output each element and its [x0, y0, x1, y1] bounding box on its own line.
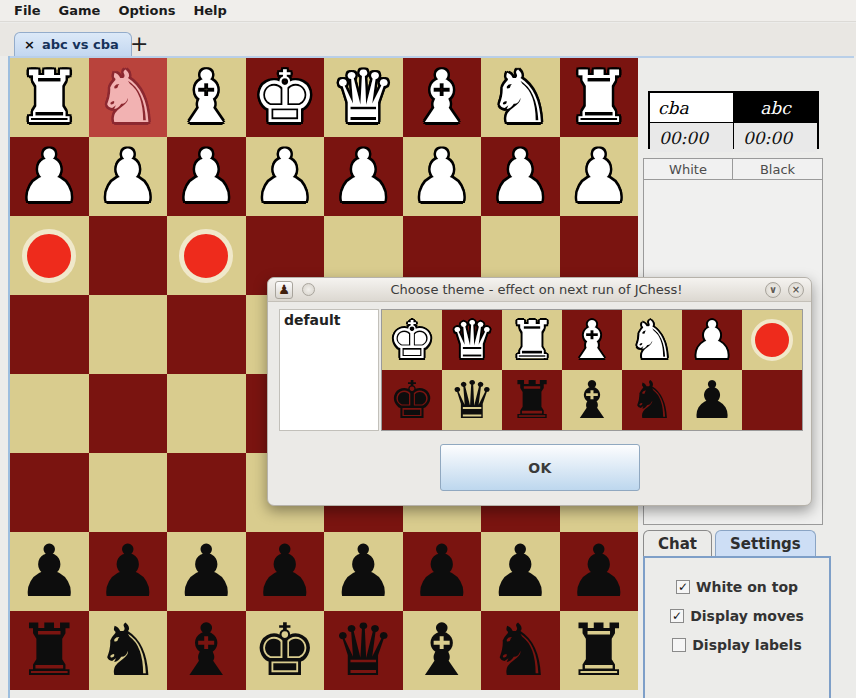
square-d8[interactable]: ♛: [324, 611, 403, 690]
square-b2[interactable]: ♟: [481, 137, 560, 216]
checkbox-label: White on top: [696, 579, 798, 595]
piece-black-pawn[interactable]: ♟: [331, 532, 396, 611]
piece-black-bishop: ♝: [569, 370, 616, 430]
move-target-dot: [751, 319, 793, 361]
square-a8[interactable]: ♜: [560, 611, 639, 690]
square-h1[interactable]: ♜: [10, 58, 89, 137]
square-f4[interactable]: [167, 295, 246, 374]
piece-white-bishop: ♝: [569, 310, 616, 370]
piece-white-pawn[interactable]: ♟: [95, 137, 160, 216]
square-e2[interactable]: ♟: [246, 137, 325, 216]
square-a7[interactable]: ♟: [560, 532, 639, 611]
preview-square: ♚: [382, 310, 442, 370]
piece-black-bishop[interactable]: ♝: [174, 611, 239, 690]
square-e1[interactable]: ♚: [246, 58, 325, 137]
piece-white-knight[interactable]: ♞: [488, 58, 553, 137]
preview-square: ♛: [442, 310, 502, 370]
piece-white-pawn[interactable]: ♟: [566, 137, 631, 216]
settings-panel: ✓White on top✓Display movesDisplay label…: [643, 556, 831, 698]
square-h8[interactable]: ♜: [10, 611, 89, 690]
piece-black-pawn[interactable]: ♟: [566, 532, 631, 611]
square-b8[interactable]: ♞: [481, 611, 560, 690]
preview-square: ♜: [502, 370, 562, 430]
piece-black-pawn[interactable]: ♟: [17, 532, 82, 611]
square-h7[interactable]: ♟: [10, 532, 89, 611]
piece-black-pawn[interactable]: ♟: [174, 532, 239, 611]
moves-header-black: Black: [733, 159, 822, 179]
setting-display-labels[interactable]: Display labels: [672, 637, 801, 653]
new-tab-button[interactable]: +: [130, 34, 148, 54]
theme-preview: ♚♛♜♝♞♟♚♛♜♝♞♟: [381, 309, 803, 431]
piece-black-pawn[interactable]: ♟: [409, 532, 474, 611]
square-a2[interactable]: ♟: [560, 137, 639, 216]
piece-white-pawn[interactable]: ♟: [331, 137, 396, 216]
square-h4[interactable]: [10, 295, 89, 374]
piece-white-knight: ♞: [629, 310, 676, 370]
square-f7[interactable]: ♟: [167, 532, 246, 611]
piece-white-pawn: ♟: [689, 310, 736, 370]
square-c8[interactable]: ♝: [403, 611, 482, 690]
theme-list-item-default[interactable]: default: [280, 310, 378, 328]
square-d2[interactable]: ♟: [324, 137, 403, 216]
theme-list[interactable]: default: [279, 309, 379, 431]
menu-item-help[interactable]: Help: [184, 3, 235, 18]
preview-square: ♚: [382, 370, 442, 430]
preview-square: ♝: [562, 310, 622, 370]
square-h3[interactable]: [10, 216, 89, 295]
checkbox-label: Display labels: [692, 637, 801, 653]
black-clock: 00:00: [734, 123, 817, 152]
piece-white-rook[interactable]: ♜: [17, 58, 82, 137]
move-target-dot[interactable]: [179, 229, 233, 283]
piece-white-pawn[interactable]: ♟: [174, 137, 239, 216]
square-g8[interactable]: ♞: [89, 611, 168, 690]
square-g6[interactable]: [89, 453, 168, 532]
piece-black-king[interactable]: ♚: [252, 611, 317, 690]
checkbox-unchecked-icon[interactable]: [672, 638, 686, 652]
piece-black-knight[interactable]: ♞: [488, 611, 553, 690]
setting-white-on-top[interactable]: ✓White on top: [676, 579, 798, 595]
square-e7[interactable]: ♟: [246, 532, 325, 611]
square-g2[interactable]: ♟: [89, 137, 168, 216]
piece-white-queen[interactable]: ♛: [331, 58, 396, 137]
piece-black-rook: ♜: [509, 370, 556, 430]
piece-white-pawn[interactable]: ♟: [252, 137, 317, 216]
piece-white-pawn[interactable]: ♟: [409, 137, 474, 216]
moves-table-header: White Black: [644, 159, 822, 180]
piece-black-queen: ♛: [449, 370, 496, 430]
piece-black-rook[interactable]: ♜: [566, 611, 631, 690]
square-h6[interactable]: [10, 453, 89, 532]
tab-label: abc vs cba: [42, 37, 119, 52]
square-h2[interactable]: ♟: [10, 137, 89, 216]
square-c7[interactable]: ♟: [403, 532, 482, 611]
setting-display-moves[interactable]: ✓Display moves: [670, 608, 804, 624]
shade-icon[interactable]: ∨: [765, 282, 781, 298]
square-b7[interactable]: ♟: [481, 532, 560, 611]
square-g1[interactable]: ♞: [89, 58, 168, 137]
preview-square: [742, 370, 802, 430]
piece-white-king[interactable]: ♚: [252, 58, 317, 137]
square-g5[interactable]: [89, 374, 168, 453]
menu-item-file[interactable]: File: [5, 3, 50, 18]
square-d1[interactable]: ♛: [324, 58, 403, 137]
square-e8[interactable]: ♚: [246, 611, 325, 690]
piece-white-rook: ♜: [509, 310, 556, 370]
side-panel-tabs: Chat Settings: [643, 530, 816, 556]
piece-black-king: ♚: [389, 370, 436, 430]
piece-black-pawn[interactable]: ♟: [488, 532, 553, 611]
square-f6[interactable]: [167, 453, 246, 532]
tab-settings[interactable]: Settings: [715, 530, 816, 556]
jchess-window: File Game Options Help × abc vs cba + ♜♞…: [0, 0, 856, 698]
move-target-dot[interactable]: [22, 229, 76, 283]
square-f8[interactable]: ♝: [167, 611, 246, 690]
white-player-name: cba: [650, 93, 733, 122]
piece-black-knight: ♞: [629, 370, 676, 430]
square-b1[interactable]: ♞: [481, 58, 560, 137]
checkbox-checked-icon[interactable]: ✓: [676, 580, 690, 594]
checkbox-label: Display moves: [690, 608, 804, 624]
menu-item-options[interactable]: Options: [109, 3, 184, 18]
white-clock: 00:00: [650, 123, 733, 152]
preview-square: ♟: [682, 370, 742, 430]
tab-chat[interactable]: Chat: [643, 530, 712, 556]
black-player-name: abc: [734, 93, 817, 122]
piece-black-knight[interactable]: ♞: [95, 611, 160, 690]
square-a1[interactable]: ♜: [560, 58, 639, 137]
menu-item-game[interactable]: Game: [50, 3, 110, 18]
dialog-title: Choose theme - effect on next run of JCh…: [315, 282, 758, 297]
piece-black-pawn: ♟: [689, 370, 736, 430]
close-icon[interactable]: ×: [788, 282, 804, 298]
piece-black-rook[interactable]: ♜: [17, 611, 82, 690]
menu-bar: File Game Options Help: [0, 0, 856, 22]
dialog-titlebar[interactable]: ♟ Choose theme - effect on next run of J…: [268, 278, 811, 302]
tab-abc-vs-cba[interactable]: × abc vs cba: [14, 32, 132, 56]
piece-white-king: ♚: [389, 310, 436, 370]
square-f1[interactable]: ♝: [167, 58, 246, 137]
square-f2[interactable]: ♟: [167, 137, 246, 216]
dialog-menu-icon[interactable]: [302, 283, 315, 296]
piece-white-rook[interactable]: ♜: [566, 58, 631, 137]
preview-square: ♝: [562, 370, 622, 430]
piece-black-pawn[interactable]: ♟: [252, 532, 317, 611]
jchess-pawn-icon: ♟: [275, 281, 293, 299]
square-f3[interactable]: [167, 216, 246, 295]
piece-white-knight[interactable]: ♞: [95, 58, 160, 137]
square-c1[interactable]: ♝: [403, 58, 482, 137]
preview-square: ♟: [682, 310, 742, 370]
piece-black-pawn[interactable]: ♟: [95, 532, 160, 611]
square-f5[interactable]: [167, 374, 246, 453]
square-g3[interactable]: [89, 216, 168, 295]
preview-square: ♜: [502, 310, 562, 370]
preview-square: ♞: [622, 310, 682, 370]
preview-square: ♛: [442, 370, 502, 430]
square-g4[interactable]: [89, 295, 168, 374]
choose-theme-dialog: ♟ Choose theme - effect on next run of J…: [267, 277, 812, 506]
square-h5[interactable]: [10, 374, 89, 453]
square-g7[interactable]: ♟: [89, 532, 168, 611]
piece-white-queen: ♛: [449, 310, 496, 370]
close-tab-icon[interactable]: ×: [24, 38, 35, 51]
moves-header-white: White: [644, 159, 733, 179]
preview-square: ♞: [622, 370, 682, 430]
preview-square: [742, 310, 802, 370]
square-d7[interactable]: ♟: [324, 532, 403, 611]
piece-white-pawn[interactable]: ♟: [17, 137, 82, 216]
square-c2[interactable]: ♟: [403, 137, 482, 216]
tab-bar: × abc vs cba +: [0, 23, 856, 56]
piece-white-bishop[interactable]: ♝: [409, 58, 474, 137]
checkbox-checked-icon[interactable]: ✓: [670, 609, 684, 623]
ok-button[interactable]: OK: [440, 444, 640, 491]
piece-black-queen[interactable]: ♛: [331, 611, 396, 690]
piece-white-pawn[interactable]: ♟: [488, 137, 553, 216]
piece-white-bishop[interactable]: ♝: [174, 58, 239, 137]
player-clock-table: cba abc 00:00 00:00: [648, 91, 819, 149]
piece-black-bishop[interactable]: ♝: [409, 611, 474, 690]
